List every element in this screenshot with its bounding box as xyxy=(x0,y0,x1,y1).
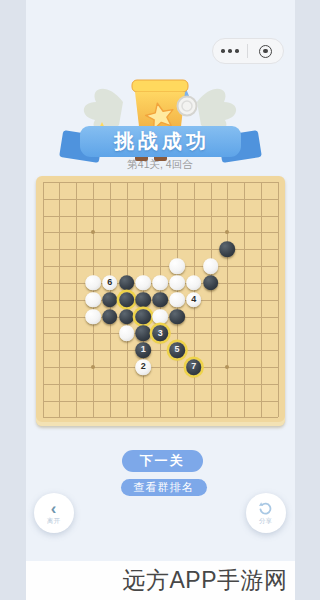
stone-black-8-8 xyxy=(169,309,185,325)
gomoku-board[interactable]: 6431527 xyxy=(36,176,285,426)
stone-black-5-6 xyxy=(119,275,135,291)
stone-white-5-9 xyxy=(119,326,135,342)
leave-label: 离开 xyxy=(47,517,60,526)
stone-white-4-6: 6 xyxy=(102,275,118,291)
stone-white-6-11: 2 xyxy=(136,359,152,375)
move-number: 4 xyxy=(191,295,196,304)
stone-black-6-7 xyxy=(136,292,152,308)
app-screen: 挑战成功 第41关, 4回合 6431527 下一关 查看群排名 ‹ 离开 分享… xyxy=(26,0,295,600)
star-point xyxy=(225,365,229,369)
stone-black-6-10: 1 xyxy=(136,342,152,358)
stone-white-9-6 xyxy=(186,275,202,291)
move-number: 6 xyxy=(107,278,112,287)
stone-black-6-9 xyxy=(136,326,152,342)
stone-black-8-10: 5 xyxy=(169,342,185,358)
banner-ribbon: 挑战成功 xyxy=(80,126,241,157)
move-number: 1 xyxy=(141,346,146,355)
miniprogram-capsule xyxy=(212,38,284,64)
chevron-left-icon: ‹ xyxy=(51,502,57,516)
stone-black-9-11: 7 xyxy=(186,359,202,375)
star-point xyxy=(225,230,229,234)
stone-black-5-7 xyxy=(119,292,135,308)
stone-black-7-7 xyxy=(152,292,168,308)
star-point xyxy=(91,365,95,369)
footer-watermark: 远方APP手游网 xyxy=(123,561,288,600)
stone-white-8-6 xyxy=(169,275,185,291)
stone-white-8-5 xyxy=(169,258,185,274)
board-grid: 6431527 xyxy=(43,182,278,417)
stone-white-3-6 xyxy=(85,275,101,291)
stone-black-11-4 xyxy=(220,241,236,257)
menu-button[interactable] xyxy=(213,39,248,63)
stone-white-3-7 xyxy=(85,292,101,308)
medal-icon xyxy=(177,97,196,116)
stone-white-7-8 xyxy=(152,309,168,325)
exit-button[interactable] xyxy=(248,39,283,63)
more-icon xyxy=(221,49,239,53)
stone-black-5-8 xyxy=(119,309,135,325)
stone-black-4-8 xyxy=(102,309,118,325)
share-arrow-icon xyxy=(257,501,274,516)
move-number: 5 xyxy=(174,346,179,355)
move-number: 2 xyxy=(141,362,146,371)
share-button[interactable]: 分享 xyxy=(246,493,286,533)
stone-white-9-7: 4 xyxy=(186,292,202,308)
group-ranking-button[interactable]: 查看群排名 xyxy=(121,479,207,496)
stone-white-8-7 xyxy=(169,292,185,308)
banner-title: 挑战成功 xyxy=(110,128,210,155)
move-number: 3 xyxy=(158,329,163,338)
star-point xyxy=(91,230,95,234)
trophy-rim xyxy=(132,80,188,92)
next-level-button[interactable]: 下一关 xyxy=(122,450,203,472)
target-circle-icon xyxy=(259,45,272,58)
stone-white-6-6 xyxy=(136,275,152,291)
stone-black-4-7 xyxy=(102,292,118,308)
stone-black-7-9: 3 xyxy=(152,326,168,342)
stone-white-10-5 xyxy=(203,258,219,274)
stone-black-6-8 xyxy=(136,309,152,325)
share-label: 分享 xyxy=(259,517,272,526)
footer-bar: 远方APP手游网 xyxy=(26,561,295,600)
leave-button[interactable]: ‹ 离开 xyxy=(34,493,74,533)
success-banner: 挑战成功 xyxy=(62,124,259,164)
stone-white-3-8 xyxy=(85,309,101,325)
stone-black-10-6 xyxy=(203,275,219,291)
move-number: 7 xyxy=(191,362,196,371)
stone-white-7-6 xyxy=(152,275,168,291)
